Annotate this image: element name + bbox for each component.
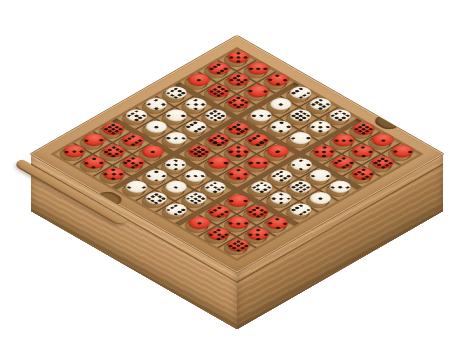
peg-hole xyxy=(301,170,334,189)
cell-r2c9 xyxy=(363,155,399,176)
pip xyxy=(130,161,136,164)
pip xyxy=(373,161,379,164)
pip xyxy=(236,150,242,153)
pip xyxy=(236,60,242,63)
pip xyxy=(291,186,296,189)
pip xyxy=(368,173,374,176)
peg-hole xyxy=(75,156,108,175)
pip xyxy=(302,184,307,187)
peg-red[interactable] xyxy=(224,214,254,231)
peg-white[interactable] xyxy=(286,179,316,196)
pip-cluster xyxy=(165,204,186,216)
pip xyxy=(255,229,261,232)
pip xyxy=(275,226,281,229)
pip xyxy=(223,233,229,236)
pip xyxy=(236,222,242,225)
pip xyxy=(407,150,413,153)
peg-side xyxy=(282,182,312,199)
peg-white[interactable] xyxy=(325,179,355,196)
peg-hole xyxy=(282,204,315,223)
pip xyxy=(311,126,316,129)
pip xyxy=(271,126,276,129)
cell-r7c7 xyxy=(219,193,255,214)
pip-cluster xyxy=(208,206,229,218)
peg-hole xyxy=(180,217,213,236)
pip xyxy=(111,177,117,180)
pip-cluster xyxy=(146,192,167,204)
pip xyxy=(154,99,159,102)
pip xyxy=(252,114,257,117)
peg-red[interactable] xyxy=(118,154,148,171)
pip-cluster xyxy=(228,96,249,108)
pip xyxy=(298,204,303,207)
pip-cluster xyxy=(353,168,374,180)
pip-cluster xyxy=(189,217,210,229)
pip xyxy=(291,163,296,166)
peg-side xyxy=(325,158,355,175)
peg-hole xyxy=(262,192,295,211)
pip xyxy=(259,114,264,117)
pip xyxy=(157,195,162,198)
pip xyxy=(291,137,296,140)
pip-cluster xyxy=(165,132,186,144)
peg-hole xyxy=(364,156,397,175)
peg-white[interactable] xyxy=(306,167,336,184)
peg-red[interactable] xyxy=(329,154,359,171)
peg-red[interactable] xyxy=(243,226,273,243)
pip xyxy=(321,154,327,157)
cell-r9c8 xyxy=(199,226,235,247)
peg-side xyxy=(138,193,168,210)
pip xyxy=(118,173,124,176)
pip xyxy=(196,154,202,157)
pip xyxy=(193,99,198,102)
peg-white[interactable] xyxy=(247,179,277,196)
pip xyxy=(236,52,242,55)
pip xyxy=(380,157,386,160)
pip xyxy=(91,157,97,160)
peg-side xyxy=(220,241,250,258)
pip xyxy=(150,199,155,202)
peg-side xyxy=(240,158,270,175)
pip xyxy=(173,204,178,207)
pip xyxy=(243,244,249,247)
pip-cluster xyxy=(208,85,229,97)
pip xyxy=(318,107,323,110)
pip xyxy=(282,222,288,225)
peg-red[interactable] xyxy=(224,192,254,209)
pip xyxy=(267,78,273,81)
pip xyxy=(236,154,242,157)
pip xyxy=(302,211,307,214)
pip xyxy=(392,150,398,153)
pip xyxy=(255,184,260,187)
peg-hole xyxy=(176,170,209,189)
pip xyxy=(228,199,234,202)
pip xyxy=(314,150,320,153)
pip xyxy=(236,168,242,171)
peg-hole xyxy=(219,217,252,236)
peg-red[interactable] xyxy=(368,154,398,171)
pip-cluster xyxy=(185,192,206,204)
pip xyxy=(248,139,254,142)
pip-cluster xyxy=(228,194,249,206)
pip-cluster xyxy=(208,156,229,168)
pip xyxy=(71,150,77,153)
peg-red[interactable] xyxy=(204,203,234,220)
peg-hole xyxy=(344,168,377,187)
pip xyxy=(166,137,171,140)
pip xyxy=(291,208,296,211)
cell-r9c9 xyxy=(219,238,255,259)
pip xyxy=(200,152,206,155)
peg-side xyxy=(220,169,250,186)
pip xyxy=(341,157,347,160)
peg-white[interactable] xyxy=(141,167,171,184)
peg-hole xyxy=(200,156,233,175)
peg-white[interactable] xyxy=(141,190,171,207)
pip xyxy=(286,197,291,200)
peg-side xyxy=(200,229,230,246)
pip-cluster xyxy=(330,181,351,193)
pip-cluster xyxy=(267,74,288,86)
peg-red[interactable] xyxy=(348,165,378,182)
peg-red[interactable] xyxy=(204,154,234,171)
pip xyxy=(279,193,284,196)
peg-white[interactable] xyxy=(161,156,191,173)
pip xyxy=(376,159,382,162)
pip xyxy=(255,206,261,209)
peg-white[interactable] xyxy=(161,201,191,218)
peg-red[interactable] xyxy=(204,226,234,243)
pip-cluster xyxy=(271,192,292,204)
pip-cluster xyxy=(290,132,311,144)
cell-r7c5 xyxy=(176,168,212,189)
pip xyxy=(259,182,264,185)
cell-r5c9 xyxy=(301,191,337,212)
pip xyxy=(166,163,171,166)
peg-white[interactable] xyxy=(122,179,152,196)
pip xyxy=(236,56,242,59)
peg-side xyxy=(302,193,332,210)
pip xyxy=(311,175,316,178)
peg-white[interactable] xyxy=(306,190,336,207)
pip xyxy=(212,231,218,234)
peg-side xyxy=(95,169,125,186)
peg-side xyxy=(322,182,352,199)
pip xyxy=(138,161,144,164)
pip xyxy=(243,222,249,225)
pip xyxy=(360,173,366,176)
pip-cluster xyxy=(290,204,311,216)
pip xyxy=(208,67,214,70)
pip-cluster xyxy=(189,145,210,157)
pip xyxy=(248,161,254,164)
cell-r3c8 xyxy=(324,155,360,176)
pip xyxy=(279,170,284,173)
pip xyxy=(150,195,155,198)
pip xyxy=(216,229,222,232)
pip-cluster xyxy=(310,192,331,204)
pip xyxy=(263,90,269,93)
peg-side xyxy=(138,171,168,188)
peg-hole xyxy=(118,181,151,200)
peg-hole xyxy=(239,156,272,175)
pip xyxy=(251,208,257,211)
pip xyxy=(251,213,257,216)
pip xyxy=(213,186,218,189)
peg-red[interactable] xyxy=(79,154,109,171)
pip xyxy=(279,201,284,204)
pip xyxy=(236,177,242,180)
pip-cluster xyxy=(228,74,249,86)
pip xyxy=(263,211,269,214)
pip xyxy=(279,121,284,124)
pip xyxy=(232,246,238,249)
peg-side xyxy=(118,182,148,199)
peg-hole xyxy=(259,217,292,236)
pip xyxy=(353,173,359,176)
peg-hole xyxy=(137,170,170,189)
pip xyxy=(279,197,284,200)
product-photo xyxy=(0,0,474,364)
pip xyxy=(216,206,222,209)
pip xyxy=(286,126,291,129)
pip xyxy=(186,197,191,200)
pip xyxy=(111,168,117,171)
pip xyxy=(213,182,218,185)
peg-red[interactable] xyxy=(243,154,273,171)
pip xyxy=(259,190,264,193)
pip xyxy=(243,173,249,176)
pip xyxy=(177,211,182,214)
pip xyxy=(216,143,222,146)
pip xyxy=(318,126,323,129)
pip xyxy=(345,164,351,167)
pip xyxy=(212,208,218,211)
peg-white[interactable] xyxy=(181,190,211,207)
pip xyxy=(146,197,151,200)
peg-white[interactable] xyxy=(286,156,316,173)
pip xyxy=(291,92,296,95)
pip-cluster xyxy=(228,239,249,251)
pip xyxy=(275,74,281,77)
pip xyxy=(298,159,303,162)
pip xyxy=(345,186,350,189)
pip-cluster xyxy=(353,123,374,135)
pip xyxy=(181,114,186,117)
pip-cluster xyxy=(165,109,186,121)
pip xyxy=(84,139,90,142)
pip xyxy=(228,150,234,153)
pip xyxy=(154,107,159,110)
peg-red[interactable] xyxy=(184,214,214,231)
pip xyxy=(298,96,303,99)
peg-side xyxy=(197,182,227,199)
peg-red[interactable] xyxy=(224,165,254,182)
pip xyxy=(333,161,339,164)
pip-cluster xyxy=(123,134,144,146)
pip xyxy=(279,175,284,178)
pip-cluster xyxy=(310,170,331,182)
pip xyxy=(266,114,271,117)
pip xyxy=(271,197,276,200)
peg-side xyxy=(181,218,211,235)
peg-hole xyxy=(282,158,315,177)
pip xyxy=(111,132,117,135)
pip-cluster xyxy=(330,109,351,121)
pip xyxy=(286,175,291,178)
pip xyxy=(338,186,343,189)
pip xyxy=(157,199,162,202)
pip xyxy=(236,240,242,243)
pip xyxy=(252,186,257,189)
pip xyxy=(255,161,261,164)
pip xyxy=(263,233,269,236)
pip xyxy=(134,119,139,122)
pip xyxy=(127,159,133,162)
pip xyxy=(341,166,347,169)
pip-cluster xyxy=(392,145,413,157)
peg-white[interactable] xyxy=(200,179,230,196)
pip xyxy=(130,166,136,169)
pip xyxy=(255,237,261,240)
pip xyxy=(255,143,261,146)
pip xyxy=(239,242,245,245)
cell-r6c5 xyxy=(199,155,235,176)
pip xyxy=(216,215,222,218)
pip xyxy=(209,184,214,187)
peg-side xyxy=(345,169,375,186)
pip xyxy=(193,201,198,204)
pip xyxy=(161,175,166,178)
pip xyxy=(173,186,178,189)
peg-red[interactable] xyxy=(99,165,129,182)
pip xyxy=(259,208,265,211)
pip xyxy=(154,193,159,196)
cell-r5c7 xyxy=(262,168,298,189)
pip xyxy=(123,139,129,142)
peg-hole xyxy=(114,156,147,175)
peg-white[interactable] xyxy=(181,167,211,184)
peg-hole xyxy=(157,158,190,177)
peg-white[interactable] xyxy=(266,190,296,207)
pip xyxy=(337,159,343,162)
cell-r4c9 xyxy=(321,179,357,200)
peg-hole xyxy=(200,206,233,225)
pip xyxy=(248,211,254,214)
pip xyxy=(271,175,276,178)
peg-red[interactable] xyxy=(243,203,273,220)
pip xyxy=(282,177,287,180)
cell-r7c8 xyxy=(238,204,274,225)
pip xyxy=(161,197,166,200)
pip-cluster xyxy=(205,181,226,193)
peg-hole xyxy=(325,156,358,175)
sudoku-box xyxy=(31,36,444,273)
pip xyxy=(236,244,242,247)
pip xyxy=(267,222,273,225)
pip xyxy=(130,143,136,146)
pip xyxy=(114,152,120,155)
pip xyxy=(197,195,202,198)
pip xyxy=(360,132,366,135)
pip xyxy=(263,67,269,70)
peg-hole xyxy=(219,194,252,213)
pip xyxy=(298,119,303,122)
pip xyxy=(216,71,222,74)
peg-hole xyxy=(219,239,252,258)
pip xyxy=(380,166,386,169)
pip xyxy=(173,168,178,171)
pip xyxy=(127,186,132,189)
cell-r8c7 xyxy=(199,204,235,225)
pip xyxy=(384,159,390,162)
pip xyxy=(228,222,234,225)
pip xyxy=(353,150,359,153)
pip xyxy=(208,211,214,214)
pip-cluster xyxy=(290,158,311,170)
cell-r4c7 xyxy=(281,157,317,178)
pip xyxy=(228,244,234,247)
peg-red[interactable] xyxy=(224,237,254,254)
pip-cluster xyxy=(228,51,249,63)
peg-side xyxy=(302,171,332,188)
peg-red[interactable] xyxy=(263,214,293,231)
pip xyxy=(360,168,366,171)
pip xyxy=(330,186,335,189)
peg-hole xyxy=(176,192,209,211)
peg-side xyxy=(158,160,188,177)
pip xyxy=(325,126,330,129)
cell-r7c9 xyxy=(258,215,294,236)
peg-hole xyxy=(157,181,190,200)
peg-side xyxy=(158,205,188,222)
peg-white[interactable] xyxy=(161,179,191,196)
pip xyxy=(364,175,370,178)
pip xyxy=(216,94,222,97)
pip xyxy=(186,175,191,178)
peg-side xyxy=(75,158,105,175)
pip xyxy=(275,173,280,176)
pip xyxy=(255,215,261,218)
pip xyxy=(196,222,202,225)
peg-white[interactable] xyxy=(266,167,296,184)
pip xyxy=(193,175,198,178)
pip xyxy=(228,78,234,81)
pip xyxy=(154,179,159,182)
cell-r8c8 xyxy=(219,215,255,236)
pip xyxy=(205,186,210,189)
peg-white[interactable] xyxy=(286,201,316,218)
pip xyxy=(311,103,316,106)
pip xyxy=(213,190,218,193)
peg-side xyxy=(177,193,207,210)
pip-cluster xyxy=(267,217,288,229)
pip xyxy=(216,237,222,240)
peg-side xyxy=(200,158,230,175)
pip-cluster xyxy=(189,74,210,86)
peg-hole xyxy=(137,192,170,211)
pip xyxy=(196,78,202,81)
pip-cluster xyxy=(310,121,331,133)
pip xyxy=(220,186,225,189)
pip xyxy=(282,78,288,81)
pip xyxy=(243,199,249,202)
pip xyxy=(200,175,205,178)
pip xyxy=(333,139,339,142)
pip xyxy=(208,233,214,236)
